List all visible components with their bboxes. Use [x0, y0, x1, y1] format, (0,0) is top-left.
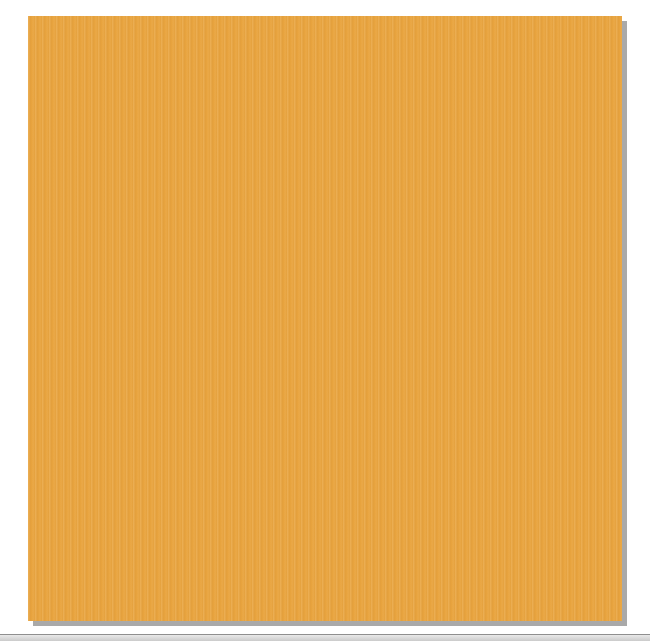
stones-grid	[31, 24, 620, 604]
go-board[interactable]	[28, 16, 622, 621]
screenshot-root	[0, 0, 650, 641]
window-bottom-bar	[0, 634, 650, 641]
